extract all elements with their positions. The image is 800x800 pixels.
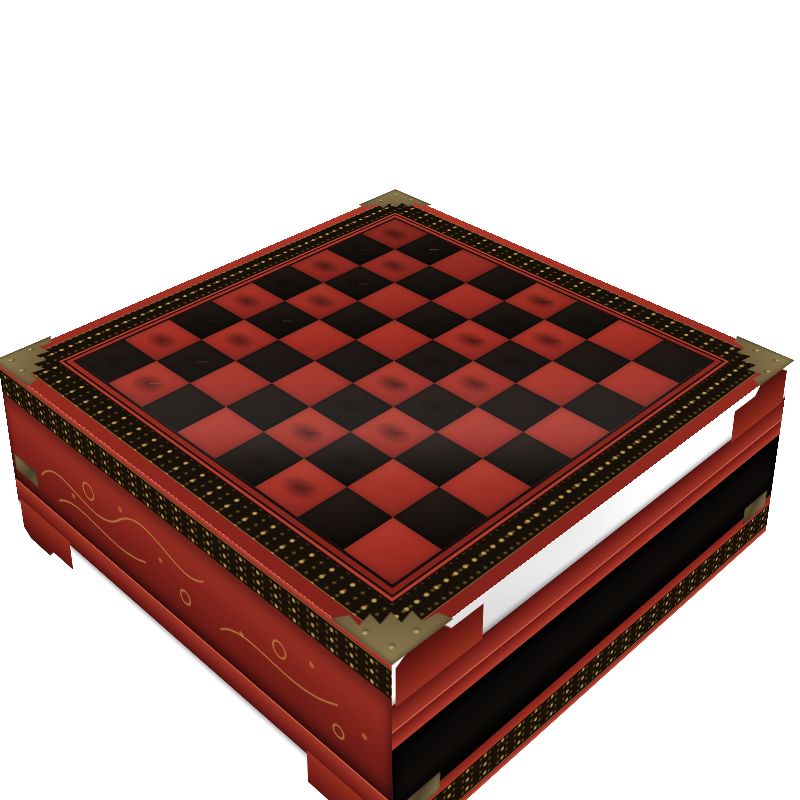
- piece-glyph: ♟: [103, 349, 196, 388]
- photo-canvas: ♜♟♟♜♞♟♟♞♝♟♟♝♛♟♟♛♚♟♟♚♝♟♟♝♞♟♟♞♜♟♟♜: [0, 0, 800, 800]
- piece-glyph: ♜: [249, 441, 354, 493]
- scene-3d: ♜♟♟♜♞♟♟♞♝♟♟♝♛♟♟♛♚♟♟♚♝♟♟♝♞♟♟♞♜♟♟♜: [0, 0, 800, 800]
- chess-box: ♜♟♟♜♞♟♟♞♝♟♟♝♛♟♟♛♚♟♟♚♝♟♟♝♞♟♟♞♜♟♟♜: [0, 192, 790, 663]
